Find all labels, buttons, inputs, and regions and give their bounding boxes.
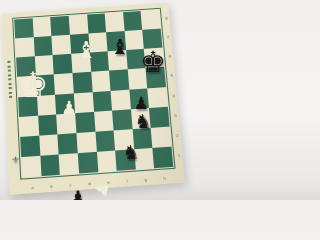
square-g8[interactable] [123,11,143,31]
square-c8[interactable] [50,16,69,36]
white-bishop-d6[interactable]: ♝ [76,39,97,62]
rank-label-7: 7 [167,36,170,40]
square-f3[interactable] [112,109,132,130]
square-e2[interactable] [95,130,115,152]
square-d1[interactable] [78,152,98,174]
brand-marking [7,61,12,98]
square-e5[interactable] [91,71,111,92]
square-h1[interactable] [153,146,174,168]
rank-label-8: 8 [165,17,168,21]
square-c5[interactable] [54,73,74,94]
rank-label-6: 6 [169,55,172,59]
square-c2[interactable] [58,133,78,155]
square-a8[interactable] [14,18,33,38]
square-f4[interactable] [111,89,131,110]
square-h3[interactable] [149,106,169,127]
file-label-d: d [88,182,91,186]
photo-background: { "game": "chess", "scene_title": "Green… [0,0,200,200]
file-label-h: h [163,177,166,181]
rank-label-5: 5 [170,74,173,78]
square-b1[interactable] [40,154,60,176]
square-e4[interactable] [92,90,112,111]
square-a3[interactable] [19,115,39,136]
square-e3[interactable] [94,110,114,131]
black-knight-g2[interactable]: ♞ [134,112,151,131]
square-b8[interactable] [32,17,51,37]
square-b3[interactable] [38,114,58,135]
square-d5[interactable] [72,72,92,93]
square-b7[interactable] [33,36,52,56]
square-a7[interactable] [15,37,34,57]
black-king-h5[interactable]: ♚ [140,48,166,77]
square-c7[interactable] [52,35,71,55]
file-label-f: f [126,180,128,184]
black-knight-f1[interactable]: ♞ [122,143,139,162]
black-bishop-e6[interactable]: ♝ [111,37,130,58]
square-c1[interactable] [59,153,79,175]
rank-label-3: 3 [174,114,177,118]
square-a1[interactable] [21,156,41,178]
square-c6[interactable] [53,54,73,75]
white-king-a4[interactable]: ♚ [17,68,48,103]
square-h4[interactable] [148,87,168,108]
file-label-a: a [31,186,34,190]
rank-label-2: 2 [176,134,179,138]
square-f8[interactable] [105,12,125,32]
file-label-b: b [50,185,53,189]
white-pawn-b3[interactable]: ♟ [61,99,77,117]
white-pawn-captured[interactable]: ♟ [92,180,112,199]
square-a2[interactable] [20,135,40,157]
square-d2[interactable] [76,132,96,154]
square-e1[interactable] [96,150,116,172]
rank-label-4: 4 [172,94,175,98]
square-h2[interactable] [151,126,171,147]
square-b2[interactable] [39,134,59,156]
square-h8[interactable] [141,10,161,30]
rank-label-1: 1 [178,154,181,158]
file-label-g: g [144,178,147,182]
square-d3[interactable] [75,112,95,133]
square-f5[interactable] [109,70,129,91]
square-e8[interactable] [87,13,107,33]
corner-emblem-icon: ⚜ [9,153,23,167]
black-pawn-captured[interactable]: ♟ [69,188,87,200]
square-d8[interactable] [69,15,88,35]
